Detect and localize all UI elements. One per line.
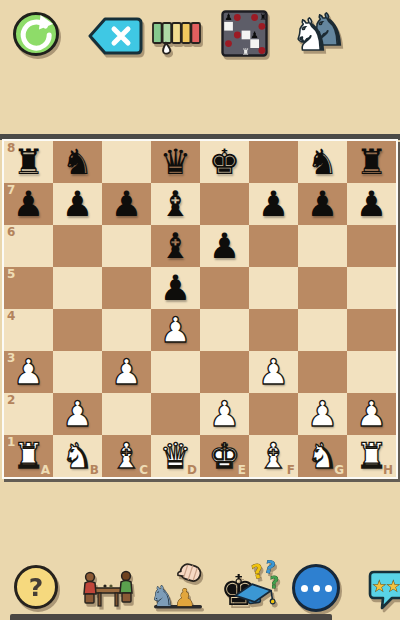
file-label: D xyxy=(187,464,197,476)
black-rook[interactable]: ♜ xyxy=(356,142,387,182)
white-bishop[interactable]: ♝ xyxy=(111,436,142,476)
svg-text:♜: ♜ xyxy=(242,47,250,57)
white-pawn[interactable]: ♟ xyxy=(160,310,191,350)
square-f8[interactable] xyxy=(249,141,298,183)
square-c1[interactable]: C♝ xyxy=(102,435,151,477)
square-c4[interactable] xyxy=(102,309,151,351)
white-pawn[interactable]: ♟ xyxy=(356,394,387,434)
square-f1[interactable]: F♝ xyxy=(249,435,298,477)
square-b2[interactable]: ♟ xyxy=(53,393,102,435)
mini-board-icon: ♟ ♜ ♟ ♜ xyxy=(221,10,268,57)
black-bishop[interactable]: ♝ xyxy=(160,226,191,266)
square-h6[interactable] xyxy=(347,225,396,267)
make-move-button[interactable]: ♞ ♟ xyxy=(148,560,206,616)
svg-text:♜: ♜ xyxy=(259,12,267,22)
white-pawn[interactable]: ♟ xyxy=(62,394,93,434)
square-g6[interactable] xyxy=(298,225,347,267)
white-bishop[interactable]: ♝ xyxy=(258,436,289,476)
restart-icon xyxy=(12,10,60,58)
black-pawn[interactable]: ♟ xyxy=(356,184,387,224)
square-d2[interactable] xyxy=(151,393,200,435)
file-label: B xyxy=(90,464,99,476)
rank-label: 4 xyxy=(7,310,15,322)
square-d1[interactable]: D♛ xyxy=(151,435,200,477)
square-h1[interactable]: H♜ xyxy=(347,435,396,477)
square-f6[interactable] xyxy=(249,225,298,267)
white-rook[interactable]: ♜ xyxy=(13,436,44,476)
square-e3[interactable] xyxy=(200,351,249,393)
square-b5[interactable] xyxy=(53,267,102,309)
square-g3[interactable] xyxy=(298,351,347,393)
help-button[interactable]: ? xyxy=(14,565,58,609)
square-f5[interactable] xyxy=(249,267,298,309)
white-king[interactable]: ♚ xyxy=(209,436,240,476)
dot-icon xyxy=(325,585,332,592)
bottom-panel-edge xyxy=(10,614,332,620)
question-mark-icon: ? xyxy=(29,573,44,602)
square-f3[interactable]: ♟ xyxy=(249,351,298,393)
square-e4[interactable] xyxy=(200,309,249,351)
two-players-button[interactable] xyxy=(80,567,136,615)
square-g4[interactable] xyxy=(298,309,347,351)
white-pawn[interactable]: ♟ xyxy=(209,394,240,434)
square-b6[interactable] xyxy=(53,225,102,267)
square-h7[interactable]: ♟ xyxy=(347,183,396,225)
square-e8[interactable]: ♚ xyxy=(200,141,249,183)
black-pawn[interactable]: ♟ xyxy=(160,268,191,308)
square-a4[interactable]: 4 xyxy=(4,309,53,351)
file-label: C xyxy=(139,464,148,476)
pieces-button[interactable]: ♞ ♞ xyxy=(291,5,351,63)
black-pawn[interactable]: ♟ xyxy=(62,184,93,224)
board-frame: 8♜♞♛♚♞♜7♟♟♟♝♟♟♟6♝♟5♟4♟3♟♟♟2♟♟♟♟1A♜B♞C♝D♛… xyxy=(2,139,398,479)
square-a5[interactable]: 5 xyxy=(4,267,53,309)
square-a7[interactable]: 7♟ xyxy=(4,183,53,225)
rank-label: 1 xyxy=(7,436,15,448)
svg-text:♟: ♟ xyxy=(174,584,196,612)
square-c5[interactable] xyxy=(102,267,151,309)
svg-text:?: ? xyxy=(270,574,279,592)
square-e5[interactable] xyxy=(200,267,249,309)
square-c6[interactable] xyxy=(102,225,151,267)
black-pawn[interactable]: ♟ xyxy=(258,184,289,224)
king-graduation-icon: ♚ ? ? ? xyxy=(218,558,280,614)
chess-board[interactable]: 8♜♞♛♚♞♜7♟♟♟♝♟♟♟6♝♟5♟4♟3♟♟♟2♟♟♟♟1A♜B♞C♝D♛… xyxy=(4,141,396,477)
square-e7[interactable] xyxy=(200,183,249,225)
dot-icon xyxy=(313,585,320,592)
black-pawn[interactable]: ♟ xyxy=(13,184,44,224)
white-knight-icon: ♞ xyxy=(291,13,330,57)
hand-piece-icon: ♞ ♟ xyxy=(148,560,206,612)
players-table-icon xyxy=(80,567,136,611)
svg-text:♟: ♟ xyxy=(225,12,233,22)
white-pawn[interactable]: ♟ xyxy=(258,352,289,392)
svg-text:♞: ♞ xyxy=(150,580,175,612)
chat-button[interactable] xyxy=(292,564,340,612)
square-f2[interactable] xyxy=(249,393,298,435)
delete-button[interactable] xyxy=(86,16,144,60)
black-bishop[interactable]: ♝ xyxy=(160,184,191,224)
stars-bubble-icon: ★ ★ ★ xyxy=(366,566,400,612)
board-editor-button[interactable]: ♟ ♜ ♟ ♜ xyxy=(221,10,268,61)
rank-label: 2 xyxy=(7,394,15,406)
square-g5[interactable] xyxy=(298,267,347,309)
square-c3[interactable]: ♟ xyxy=(102,351,151,393)
square-h4[interactable] xyxy=(347,309,396,351)
black-king[interactable]: ♚ xyxy=(209,142,240,182)
file-label: E xyxy=(238,464,246,476)
evaluation-scale-button[interactable] xyxy=(151,21,203,61)
white-pawn[interactable]: ♟ xyxy=(307,394,338,434)
square-g1[interactable]: G♞ xyxy=(298,435,347,477)
square-d4[interactable]: ♟ xyxy=(151,309,200,351)
file-label: A xyxy=(41,464,50,476)
square-e1[interactable]: E♚ xyxy=(200,435,249,477)
square-b3[interactable] xyxy=(53,351,102,393)
square-d8[interactable]: ♛ xyxy=(151,141,200,183)
square-a1[interactable]: 1A♜ xyxy=(4,435,53,477)
dot-icon xyxy=(301,585,308,592)
svg-text:★: ★ xyxy=(373,578,386,594)
rate-button[interactable]: ★ ★ ★ xyxy=(366,566,400,616)
square-g7[interactable]: ♟ xyxy=(298,183,347,225)
square-h2[interactable]: ♟ xyxy=(347,393,396,435)
square-c8[interactable] xyxy=(102,141,151,183)
white-pawn[interactable]: ♟ xyxy=(111,352,142,392)
square-f4[interactable] xyxy=(249,309,298,351)
file-label: F xyxy=(287,464,295,476)
black-pawn[interactable]: ♟ xyxy=(111,184,142,224)
square-c7[interactable]: ♟ xyxy=(102,183,151,225)
rank-label: 3 xyxy=(7,352,15,364)
svg-text:♟: ♟ xyxy=(251,30,259,40)
black-knight[interactable]: ♞ xyxy=(307,142,338,182)
square-h3[interactable] xyxy=(347,351,396,393)
square-g2[interactable]: ♟ xyxy=(298,393,347,435)
black-knight[interactable]: ♞ xyxy=(62,142,93,182)
square-e2[interactable]: ♟ xyxy=(200,393,249,435)
black-queen[interactable]: ♛ xyxy=(160,142,191,182)
square-c2[interactable] xyxy=(102,393,151,435)
square-a6[interactable]: 6 xyxy=(4,225,53,267)
rank-label: 5 xyxy=(7,268,15,280)
square-e6[interactable]: ♟ xyxy=(200,225,249,267)
restart-button[interactable] xyxy=(12,10,60,62)
white-knight[interactable]: ♞ xyxy=(62,436,93,476)
square-a8[interactable]: 8♜ xyxy=(4,141,53,183)
black-pawn[interactable]: ♟ xyxy=(307,184,338,224)
file-label: H xyxy=(383,464,393,476)
square-d7[interactable]: ♝ xyxy=(151,183,200,225)
square-d6[interactable]: ♝ xyxy=(151,225,200,267)
square-h5[interactable] xyxy=(347,267,396,309)
square-b1[interactable]: B♞ xyxy=(53,435,102,477)
square-f7[interactable]: ♟ xyxy=(249,183,298,225)
rank-label: 6 xyxy=(7,226,15,238)
rank-label: 7 xyxy=(7,184,15,196)
rank-label: 8 xyxy=(7,142,15,154)
square-d5[interactable]: ♟ xyxy=(151,267,200,309)
square-d3[interactable] xyxy=(151,351,200,393)
black-rook[interactable]: ♜ xyxy=(13,142,44,182)
color-scale-icon xyxy=(151,21,203,57)
square-h8[interactable]: ♜ xyxy=(347,141,396,183)
square-a3[interactable]: 3♟ xyxy=(4,351,53,393)
square-b8[interactable]: ♞ xyxy=(53,141,102,183)
learn-button[interactable]: ♚ ? ? ? xyxy=(218,558,280,618)
square-b7[interactable]: ♟ xyxy=(53,183,102,225)
backspace-icon xyxy=(86,16,144,56)
black-pawn[interactable]: ♟ xyxy=(209,226,240,266)
file-label: G xyxy=(334,464,344,476)
square-b4[interactable] xyxy=(53,309,102,351)
svg-text:★: ★ xyxy=(387,578,400,594)
white-pawn[interactable]: ♟ xyxy=(13,352,44,392)
square-a2[interactable]: 2 xyxy=(4,393,53,435)
square-g8[interactable]: ♞ xyxy=(298,141,347,183)
